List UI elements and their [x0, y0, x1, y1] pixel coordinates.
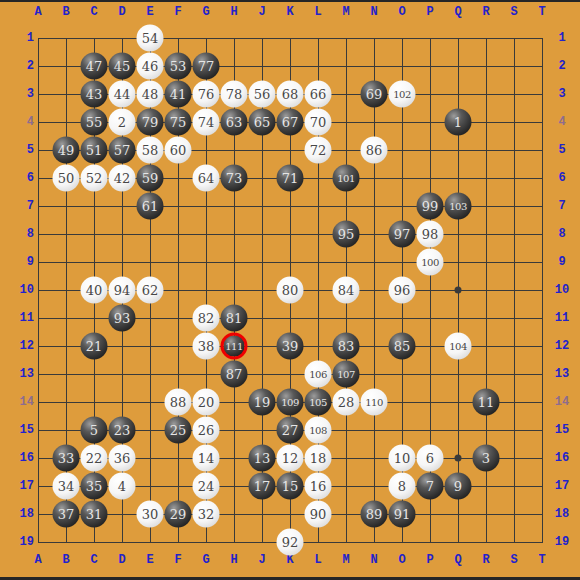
move-number: 50	[58, 172, 75, 185]
row-left-label-1: 1	[4, 31, 34, 45]
stone-white-D16[interactable]: 36	[109, 445, 136, 472]
col-label-top-P: P	[426, 5, 433, 19]
stone-black-K14[interactable]: 109	[277, 389, 304, 416]
col-label-top-J: J	[258, 5, 265, 19]
stone-white-B17[interactable]: 34	[53, 473, 80, 500]
move-number: 93	[114, 312, 131, 325]
row-right-label-13: 13	[548, 367, 576, 381]
stone-white-L5[interactable]: 72	[305, 137, 332, 164]
move-number: 106	[309, 368, 327, 381]
stone-black-C5[interactable]: 51	[81, 137, 108, 164]
move-number: 65	[254, 116, 271, 129]
stone-black-K17[interactable]: 15	[277, 473, 304, 500]
col-label-bottom-R: R	[482, 553, 489, 567]
move-number: 40	[86, 284, 103, 297]
move-number: 84	[338, 284, 355, 297]
stone-black-E6[interactable]: 59	[137, 165, 164, 192]
move-number: 28	[338, 396, 355, 409]
move-number: 59	[142, 172, 159, 185]
col-label-top-A: A	[34, 5, 41, 19]
move-number: 67	[282, 116, 299, 129]
move-number: 14	[198, 452, 215, 465]
move-number: 57	[114, 144, 131, 157]
stone-black-M6[interactable]: 101	[333, 165, 360, 192]
move-number: 12	[282, 452, 299, 465]
stone-black-M13[interactable]: 107	[333, 361, 360, 388]
col-label-top-R: R	[482, 5, 489, 19]
move-number: 56	[254, 88, 271, 101]
col-label-bottom-M: M	[342, 553, 349, 567]
move-number: 70	[310, 116, 327, 129]
stone-white-P8[interactable]: 98	[417, 221, 444, 248]
move-number: 32	[198, 508, 215, 521]
row-right-label-12: 12	[548, 339, 576, 353]
stone-black-P7[interactable]: 99	[417, 193, 444, 220]
stone-black-R14[interactable]: 11	[473, 389, 500, 416]
move-number: 60	[170, 144, 187, 157]
move-number: 88	[170, 396, 187, 409]
move-number: 55	[86, 116, 103, 129]
stone-white-G6[interactable]: 64	[193, 165, 220, 192]
stone-black-N3[interactable]: 69	[361, 81, 388, 108]
stone-black-M8[interactable]: 95	[333, 221, 360, 248]
row-right-label-14: 14	[548, 395, 576, 409]
move-number: 48	[142, 88, 159, 101]
move-number: 41	[170, 88, 187, 101]
move-number: 104	[449, 340, 467, 353]
move-number: 85	[394, 340, 411, 353]
stone-white-G12[interactable]: 38	[193, 333, 220, 360]
row-right-label-4: 4	[548, 115, 576, 129]
move-number: 21	[86, 340, 103, 353]
move-number: 1	[454, 116, 462, 129]
move-number: 72	[310, 144, 327, 157]
col-label-bottom-E: E	[146, 553, 153, 567]
stone-black-K4[interactable]: 67	[277, 109, 304, 136]
row-left-label-6: 6	[4, 171, 34, 185]
move-number: 83	[338, 340, 355, 353]
stone-white-D3[interactable]: 44	[109, 81, 136, 108]
move-number: 96	[394, 284, 411, 297]
row-left-label-2: 2	[4, 59, 34, 73]
stone-black-H12[interactable]: 111	[221, 333, 248, 360]
move-number: 53	[170, 60, 187, 73]
stone-black-L14[interactable]: 105	[305, 389, 332, 416]
move-number: 5	[90, 424, 98, 437]
move-number: 99	[422, 200, 439, 213]
move-number: 26	[198, 424, 215, 437]
move-number: 94	[114, 284, 131, 297]
move-number: 51	[86, 144, 103, 157]
col-label-top-D: D	[118, 5, 125, 19]
move-number: 4	[118, 480, 126, 493]
move-number: 49	[58, 144, 75, 157]
stone-white-D10[interactable]: 94	[109, 277, 136, 304]
col-label-bottom-B: B	[62, 553, 69, 567]
move-number: 10	[394, 452, 411, 465]
stone-black-E7[interactable]: 61	[137, 193, 164, 220]
move-number: 13	[254, 452, 271, 465]
stone-black-C18[interactable]: 31	[81, 501, 108, 528]
stone-white-E3[interactable]: 48	[137, 81, 164, 108]
stone-white-Q12[interactable]: 104	[445, 333, 472, 360]
col-label-bottom-J: J	[258, 553, 265, 567]
stone-white-G16[interactable]: 14	[193, 445, 220, 472]
move-number: 19	[254, 396, 271, 409]
move-number: 100	[421, 256, 439, 269]
move-number: 44	[114, 88, 131, 101]
move-number: 17	[254, 480, 271, 493]
col-label-bottom-O: O	[398, 553, 405, 567]
move-number: 54	[142, 32, 159, 45]
star-point-Q10	[455, 287, 462, 294]
stone-black-F3[interactable]: 41	[165, 81, 192, 108]
row-right-label-18: 18	[548, 507, 576, 521]
move-number: 8	[398, 480, 406, 493]
stone-white-L4[interactable]: 70	[305, 109, 332, 136]
stone-white-K19[interactable]: 92	[277, 529, 304, 556]
stone-white-N5[interactable]: 86	[361, 137, 388, 164]
move-number: 36	[114, 452, 131, 465]
move-number: 15	[282, 480, 299, 493]
col-label-top-H: H	[230, 5, 237, 19]
stone-black-J17[interactable]: 17	[249, 473, 276, 500]
move-number: 105	[309, 396, 327, 409]
row-left-label-12: 12	[4, 339, 34, 353]
row-left-label-3: 3	[4, 87, 34, 101]
col-label-top-E: E	[146, 5, 153, 19]
stone-white-P9[interactable]: 100	[417, 249, 444, 276]
move-number: 52	[86, 172, 103, 185]
stone-black-Q7[interactable]: 103	[445, 193, 472, 220]
move-number: 37	[58, 508, 75, 521]
stone-black-G2[interactable]: 77	[193, 53, 220, 80]
move-number: 23	[114, 424, 131, 437]
stone-white-D17[interactable]: 4	[109, 473, 136, 500]
stone-black-E4[interactable]: 79	[137, 109, 164, 136]
row-left-label-18: 18	[4, 507, 34, 521]
stone-white-L17[interactable]: 16	[305, 473, 332, 500]
move-number: 16	[310, 480, 327, 493]
move-number: 6	[426, 452, 434, 465]
row-left-label-15: 15	[4, 423, 34, 437]
row-left-label-19: 19	[4, 535, 34, 549]
move-number: 63	[226, 116, 243, 129]
stone-black-F18[interactable]: 29	[165, 501, 192, 528]
stone-black-B18[interactable]: 37	[53, 501, 80, 528]
col-label-top-T: T	[538, 5, 545, 19]
row-left-label-16: 16	[4, 451, 34, 465]
stone-black-D15[interactable]: 23	[109, 417, 136, 444]
stone-white-G18[interactable]: 32	[193, 501, 220, 528]
stone-white-C6[interactable]: 52	[81, 165, 108, 192]
row-left-label-11: 11	[4, 311, 34, 325]
stone-black-C17[interactable]: 35	[81, 473, 108, 500]
col-label-bottom-S: S	[510, 553, 517, 567]
col-label-top-G: G	[202, 5, 209, 19]
move-number: 27	[282, 424, 299, 437]
move-number: 24	[198, 480, 215, 493]
stone-white-J3[interactable]: 56	[249, 81, 276, 108]
stone-black-F15[interactable]: 25	[165, 417, 192, 444]
col-label-bottom-A: A	[34, 553, 41, 567]
move-number: 39	[282, 340, 299, 353]
stone-black-Q4[interactable]: 1	[445, 109, 472, 136]
window-edge-top	[0, 0, 580, 2]
move-number: 45	[114, 60, 131, 73]
stone-black-C15[interactable]: 5	[81, 417, 108, 444]
move-number: 102	[393, 88, 411, 101]
stone-white-C10[interactable]: 40	[81, 277, 108, 304]
col-label-top-C: C	[90, 5, 97, 19]
stone-black-H13[interactable]: 87	[221, 361, 248, 388]
move-number: 109	[281, 396, 299, 409]
stone-black-O12[interactable]: 85	[389, 333, 416, 360]
col-label-bottom-N: N	[370, 553, 377, 567]
move-number: 103	[449, 200, 467, 213]
row-right-label-10: 10	[548, 283, 576, 297]
move-number: 22	[86, 452, 103, 465]
col-label-bottom-P: P	[426, 553, 433, 567]
row-right-label-5: 5	[548, 143, 576, 157]
col-label-bottom-G: G	[202, 553, 209, 567]
move-number: 79	[142, 116, 159, 129]
col-label-top-O: O	[398, 5, 405, 19]
move-number: 2	[118, 116, 126, 129]
move-number: 76	[198, 88, 215, 101]
move-number: 82	[198, 312, 215, 325]
stone-black-B5[interactable]: 49	[53, 137, 80, 164]
row-right-label-1: 1	[548, 31, 576, 45]
stone-black-H11[interactable]: 81	[221, 305, 248, 332]
move-number: 35	[86, 480, 103, 493]
stone-white-K10[interactable]: 80	[277, 277, 304, 304]
stone-white-C16[interactable]: 22	[81, 445, 108, 472]
move-number: 77	[198, 60, 215, 73]
row-right-label-15: 15	[548, 423, 576, 437]
col-label-top-M: M	[342, 5, 349, 19]
move-number: 38	[198, 340, 215, 353]
row-right-label-6: 6	[548, 171, 576, 185]
stone-white-N14[interactable]: 110	[361, 389, 388, 416]
move-number: 58	[142, 144, 159, 157]
stone-white-M14[interactable]: 28	[333, 389, 360, 416]
stone-white-G17[interactable]: 24	[193, 473, 220, 500]
move-number: 61	[142, 200, 159, 213]
move-number: 92	[282, 536, 299, 549]
stone-black-H4[interactable]: 63	[221, 109, 248, 136]
row-left-label-10: 10	[4, 283, 34, 297]
row-right-label-16: 16	[548, 451, 576, 465]
stone-black-B16[interactable]: 33	[53, 445, 80, 472]
move-number: 71	[282, 172, 299, 185]
row-left-label-7: 7	[4, 199, 34, 213]
go-board-app: AABBCCDDEEFFGGHHJJKKLLMMNNOOPPQQRRSSTT11…	[0, 0, 580, 580]
row-left-label-9: 9	[4, 255, 34, 269]
move-number: 81	[226, 312, 243, 325]
row-right-label-2: 2	[548, 59, 576, 73]
stone-white-E18[interactable]: 30	[137, 501, 164, 528]
move-number: 42	[114, 172, 131, 185]
stone-white-D6[interactable]: 42	[109, 165, 136, 192]
move-number: 91	[394, 508, 411, 521]
stone-white-O16[interactable]: 10	[389, 445, 416, 472]
move-number: 86	[366, 144, 383, 157]
stone-white-M10[interactable]: 84	[333, 277, 360, 304]
move-number: 73	[226, 172, 243, 185]
stone-white-G11[interactable]: 82	[193, 305, 220, 332]
move-number: 68	[282, 88, 299, 101]
move-number: 78	[226, 88, 243, 101]
stone-white-D4[interactable]: 2	[109, 109, 136, 136]
stone-black-D5[interactable]: 57	[109, 137, 136, 164]
stone-black-J4[interactable]: 65	[249, 109, 276, 136]
move-number: 31	[86, 508, 103, 521]
row-right-label-19: 19	[548, 535, 576, 549]
stone-white-E1[interactable]: 54	[137, 25, 164, 52]
move-number: 25	[170, 424, 187, 437]
row-right-label-7: 7	[548, 199, 576, 213]
move-number: 20	[198, 396, 215, 409]
stone-white-L18[interactable]: 90	[305, 501, 332, 528]
row-left-label-14: 14	[4, 395, 34, 409]
move-number: 95	[338, 228, 355, 241]
move-number: 33	[58, 452, 75, 465]
col-label-top-Q: Q	[454, 5, 461, 19]
stone-black-H6[interactable]: 73	[221, 165, 248, 192]
stone-black-O8[interactable]: 97	[389, 221, 416, 248]
col-label-bottom-H: H	[230, 553, 237, 567]
move-number: 69	[366, 88, 383, 101]
move-number: 11	[478, 396, 495, 409]
col-label-bottom-T: T	[538, 553, 545, 567]
stone-white-L15[interactable]: 108	[305, 417, 332, 444]
col-label-top-N: N	[370, 5, 377, 19]
stone-white-G4[interactable]: 74	[193, 109, 220, 136]
stone-white-L16[interactable]: 18	[305, 445, 332, 472]
row-left-label-17: 17	[4, 479, 34, 493]
move-number: 30	[142, 508, 159, 521]
col-label-bottom-D: D	[118, 553, 125, 567]
row-right-label-8: 8	[548, 227, 576, 241]
move-number: 7	[426, 480, 434, 493]
stone-black-R16[interactable]: 3	[473, 445, 500, 472]
stone-white-F14[interactable]: 88	[165, 389, 192, 416]
col-label-bottom-L: L	[314, 553, 321, 567]
move-number: 87	[226, 368, 243, 381]
stone-black-C3[interactable]: 43	[81, 81, 108, 108]
row-left-label-5: 5	[4, 143, 34, 157]
col-label-top-S: S	[510, 5, 517, 19]
row-right-label-9: 9	[548, 255, 576, 269]
move-number: 110	[365, 396, 383, 409]
stone-black-C2[interactable]: 47	[81, 53, 108, 80]
stone-black-K15[interactable]: 27	[277, 417, 304, 444]
stone-black-C12[interactable]: 21	[81, 333, 108, 360]
stone-white-G14[interactable]: 20	[193, 389, 220, 416]
stone-black-J16[interactable]: 13	[249, 445, 276, 472]
col-label-top-K: K	[286, 5, 293, 19]
stone-black-F2[interactable]: 53	[165, 53, 192, 80]
move-number: 9	[454, 480, 462, 493]
move-number: 66	[310, 88, 327, 101]
stone-black-N18[interactable]: 89	[361, 501, 388, 528]
move-number: 98	[422, 228, 439, 241]
move-number: 34	[58, 480, 75, 493]
row-left-label-13: 13	[4, 367, 34, 381]
stone-white-G3[interactable]: 76	[193, 81, 220, 108]
stone-white-E2[interactable]: 46	[137, 53, 164, 80]
stone-white-K16[interactable]: 12	[277, 445, 304, 472]
stone-black-P17[interactable]: 7	[417, 473, 444, 500]
stone-black-K12[interactable]: 39	[277, 333, 304, 360]
move-number: 90	[310, 508, 327, 521]
stone-black-D11[interactable]: 93	[109, 305, 136, 332]
stone-white-O10[interactable]: 96	[389, 277, 416, 304]
stone-white-E5[interactable]: 58	[137, 137, 164, 164]
row-left-label-8: 8	[4, 227, 34, 241]
row-right-label-3: 3	[548, 87, 576, 101]
stone-white-P16[interactable]: 6	[417, 445, 444, 472]
move-number: 29	[170, 508, 187, 521]
stone-white-O17[interactable]: 8	[389, 473, 416, 500]
move-number: 18	[310, 452, 327, 465]
move-number: 47	[86, 60, 103, 73]
move-number: 101	[337, 172, 355, 185]
stone-white-L3[interactable]: 66	[305, 81, 332, 108]
move-number: 89	[366, 508, 383, 521]
row-right-label-17: 17	[548, 479, 576, 493]
move-number: 107	[337, 368, 355, 381]
stone-black-J14[interactable]: 19	[249, 389, 276, 416]
move-number: 46	[142, 60, 159, 73]
col-label-bottom-F: F	[174, 553, 181, 567]
move-number: 64	[198, 172, 215, 185]
move-number: 97	[394, 228, 411, 241]
col-label-top-L: L	[314, 5, 321, 19]
move-number: 108	[309, 424, 327, 437]
stone-black-Q17[interactable]: 9	[445, 473, 472, 500]
move-number: 62	[142, 284, 159, 297]
move-number: 111	[225, 340, 243, 353]
stone-black-K6[interactable]: 71	[277, 165, 304, 192]
stone-white-K3[interactable]: 68	[277, 81, 304, 108]
stone-black-M12[interactable]: 83	[333, 333, 360, 360]
stone-white-G15[interactable]: 26	[193, 417, 220, 444]
stone-black-O18[interactable]: 91	[389, 501, 416, 528]
stone-white-B6[interactable]: 50	[53, 165, 80, 192]
stone-black-C4[interactable]: 55	[81, 109, 108, 136]
star-point-Q16	[455, 455, 462, 462]
col-label-bottom-Q: Q	[454, 553, 461, 567]
row-right-label-11: 11	[548, 311, 576, 325]
stone-white-L13[interactable]: 106	[305, 361, 332, 388]
stone-white-H3[interactable]: 78	[221, 81, 248, 108]
move-number: 74	[198, 116, 215, 129]
move-number: 43	[86, 88, 103, 101]
stone-white-F5[interactable]: 60	[165, 137, 192, 164]
stone-black-D2[interactable]: 45	[109, 53, 136, 80]
col-label-top-F: F	[174, 5, 181, 19]
move-number: 75	[170, 116, 187, 129]
col-label-top-B: B	[62, 5, 69, 19]
stone-black-F4[interactable]: 75	[165, 109, 192, 136]
move-number: 3	[482, 452, 490, 465]
stone-white-O3[interactable]: 102	[389, 81, 416, 108]
move-number: 80	[282, 284, 299, 297]
col-label-bottom-C: C	[90, 553, 97, 567]
stone-white-E10[interactable]: 62	[137, 277, 164, 304]
